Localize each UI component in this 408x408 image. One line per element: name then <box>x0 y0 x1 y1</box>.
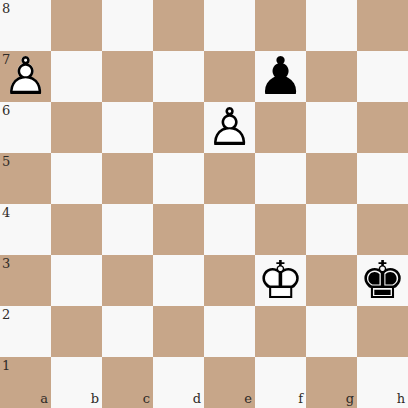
square-h6[interactable] <box>357 102 408 153</box>
file-label-b: b <box>91 392 99 405</box>
square-e8[interactable] <box>204 0 255 51</box>
square-b2[interactable] <box>51 306 102 357</box>
square-c4[interactable] <box>102 204 153 255</box>
square-a3[interactable]: 3 <box>0 255 51 306</box>
white-king-outline-glyph: ♔ <box>255 255 306 306</box>
chess-board: 87♟♙♟6♟♙543♚♔♚21abcdefgh <box>0 0 408 408</box>
square-c5[interactable] <box>102 153 153 204</box>
square-a8[interactable]: 8 <box>0 0 51 51</box>
white-pawn-outline-glyph: ♙ <box>204 102 255 153</box>
square-b4[interactable] <box>51 204 102 255</box>
file-label-g: g <box>346 392 354 405</box>
square-c1[interactable]: c <box>102 357 153 408</box>
file-label-d: d <box>193 392 201 405</box>
square-e1[interactable]: e <box>204 357 255 408</box>
square-g5[interactable] <box>306 153 357 204</box>
square-h1[interactable]: h <box>357 357 408 408</box>
square-g6[interactable] <box>306 102 357 153</box>
square-a6[interactable]: 6 <box>0 102 51 153</box>
square-a7[interactable]: 7♟♙ <box>0 51 51 102</box>
square-g2[interactable] <box>306 306 357 357</box>
square-b6[interactable] <box>51 102 102 153</box>
square-h5[interactable] <box>357 153 408 204</box>
square-h8[interactable] <box>357 0 408 51</box>
file-label-e: e <box>244 392 252 405</box>
rank-label-3: 3 <box>2 257 10 270</box>
file-label-a: a <box>40 392 48 405</box>
rank-label-8: 8 <box>2 2 10 15</box>
white-pawn-e6[interactable]: ♟♙ <box>204 102 255 153</box>
white-pawn-outline-glyph: ♙ <box>0 51 51 102</box>
square-b5[interactable] <box>51 153 102 204</box>
square-c8[interactable] <box>102 0 153 51</box>
square-h3[interactable]: ♚ <box>357 255 408 306</box>
file-label-h: h <box>397 392 405 405</box>
square-f6[interactable] <box>255 102 306 153</box>
square-d1[interactable]: d <box>153 357 204 408</box>
square-h4[interactable] <box>357 204 408 255</box>
square-g8[interactable] <box>306 0 357 51</box>
rank-label-6: 6 <box>2 104 10 117</box>
square-h7[interactable] <box>357 51 408 102</box>
square-c2[interactable] <box>102 306 153 357</box>
square-h2[interactable] <box>357 306 408 357</box>
square-b7[interactable] <box>51 51 102 102</box>
square-f8[interactable] <box>255 0 306 51</box>
square-f5[interactable] <box>255 153 306 204</box>
square-d8[interactable] <box>153 0 204 51</box>
square-e5[interactable] <box>204 153 255 204</box>
square-b8[interactable] <box>51 0 102 51</box>
square-e4[interactable] <box>204 204 255 255</box>
rank-label-4: 4 <box>2 206 10 219</box>
white-pawn-a7[interactable]: ♟♙ <box>0 51 51 102</box>
square-b1[interactable]: b <box>51 357 102 408</box>
black-pawn-glyph: ♟ <box>255 51 306 102</box>
square-e2[interactable] <box>204 306 255 357</box>
black-pawn-f7[interactable]: ♟ <box>255 51 306 102</box>
square-g3[interactable] <box>306 255 357 306</box>
square-f1[interactable]: f <box>255 357 306 408</box>
square-d6[interactable] <box>153 102 204 153</box>
square-g7[interactable] <box>306 51 357 102</box>
rank-label-2: 2 <box>2 308 10 321</box>
square-f3[interactable]: ♚♔ <box>255 255 306 306</box>
square-a5[interactable]: 5 <box>0 153 51 204</box>
square-g4[interactable] <box>306 204 357 255</box>
rank-label-1: 1 <box>2 359 10 372</box>
square-b3[interactable] <box>51 255 102 306</box>
file-label-c: c <box>143 392 150 405</box>
square-c6[interactable] <box>102 102 153 153</box>
square-e3[interactable] <box>204 255 255 306</box>
square-a2[interactable]: 2 <box>0 306 51 357</box>
square-d7[interactable] <box>153 51 204 102</box>
square-a4[interactable]: 4 <box>0 204 51 255</box>
rank-label-5: 5 <box>2 155 10 168</box>
black-king-glyph: ♚ <box>357 255 408 306</box>
square-d3[interactable] <box>153 255 204 306</box>
square-f7[interactable]: ♟ <box>255 51 306 102</box>
square-f4[interactable] <box>255 204 306 255</box>
square-e6[interactable]: ♟♙ <box>204 102 255 153</box>
square-c3[interactable] <box>102 255 153 306</box>
white-king-f3[interactable]: ♚♔ <box>255 255 306 306</box>
chess-diagram: 87♟♙♟6♟♙543♚♔♚21abcdefgh <box>0 0 408 408</box>
square-d2[interactable] <box>153 306 204 357</box>
square-c7[interactable] <box>102 51 153 102</box>
square-a1[interactable]: 1a <box>0 357 51 408</box>
square-d4[interactable] <box>153 204 204 255</box>
square-g1[interactable]: g <box>306 357 357 408</box>
file-label-f: f <box>298 392 303 405</box>
square-d5[interactable] <box>153 153 204 204</box>
square-e7[interactable] <box>204 51 255 102</box>
black-king-h3[interactable]: ♚ <box>357 255 408 306</box>
square-f2[interactable] <box>255 306 306 357</box>
